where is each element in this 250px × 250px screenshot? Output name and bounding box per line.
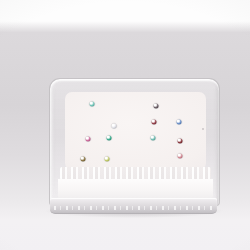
nose-stud-gem-rose-pink xyxy=(86,137,91,142)
nose-stud-gem-olive-bronze xyxy=(81,157,86,162)
nose-stud-gem-light-rose xyxy=(178,154,183,159)
nose-stud-gem-garnet-red xyxy=(152,120,157,125)
nose-stud-gem-emerald-green xyxy=(107,136,112,141)
nose-stud-gem-black-diamond xyxy=(154,104,159,109)
nose-stud-gem-sapphire-blue xyxy=(177,120,182,125)
nose-stud-gem-aquamarine xyxy=(151,136,156,141)
gem-layer xyxy=(0,0,250,250)
nose-stud-gem-peridot-yellow xyxy=(105,157,110,162)
nose-stud-gem-dark-red xyxy=(178,139,183,144)
product-photo xyxy=(0,0,250,250)
plastic-reflection-speck xyxy=(202,128,204,130)
nose-stud-gem-aqua xyxy=(90,102,95,107)
nose-stud-gem-crystal-clear xyxy=(112,124,117,129)
